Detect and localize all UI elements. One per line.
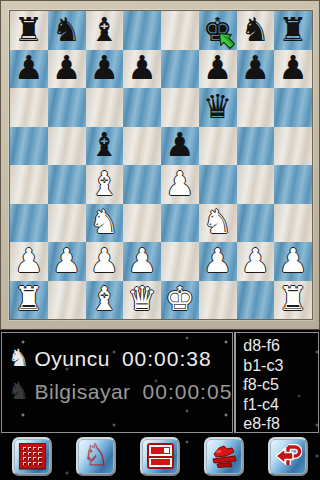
square-e8[interactable]: [161, 11, 199, 50]
white-pawn: ♟: [52, 244, 82, 277]
player-name: Oyuncu: [35, 347, 110, 371]
square-d4[interactable]: [123, 165, 161, 204]
move-item: d8-f6: [243, 336, 318, 356]
square-g6[interactable]: [237, 88, 275, 127]
computer-knight-icon: ♞: [8, 379, 30, 403]
square-h2[interactable]: ♟: [274, 242, 312, 281]
fallen-pieces-icon: [210, 443, 238, 469]
square-a8[interactable]: ♜: [10, 11, 48, 50]
square-d5[interactable]: [123, 127, 161, 166]
black-pawn: ♟: [14, 51, 44, 84]
square-g4[interactable]: [237, 165, 275, 204]
square-a2[interactable]: ♟: [10, 242, 48, 281]
square-a6[interactable]: [10, 88, 48, 127]
black-knight: ♞: [52, 13, 82, 46]
square-b6[interactable]: [48, 88, 86, 127]
square-g7[interactable]: ♟: [237, 50, 275, 89]
move-item: e8-f8: [243, 414, 318, 434]
square-f8[interactable]: ♚: [199, 11, 237, 50]
square-h4[interactable]: [274, 165, 312, 204]
black-pawn: ♟: [90, 51, 120, 84]
black-pawn: ♟: [127, 51, 157, 84]
black-pawn: ♟: [165, 128, 195, 161]
square-h3[interactable]: [274, 204, 312, 243]
square-b1[interactable]: [48, 281, 86, 320]
square-h6[interactable]: [274, 88, 312, 127]
square-c7[interactable]: ♟: [86, 50, 124, 89]
board-frame: ♜♞♝♚ ♞♜♟♟♟♟♟♟♟♛♝♟♝♟♞♞♟♟♟♟♟♟♟♜♝♛♚♜: [0, 0, 320, 330]
square-d1[interactable]: ♛: [123, 281, 161, 320]
square-d3[interactable]: [123, 204, 161, 243]
square-c4[interactable]: ♝: [86, 165, 124, 204]
resign-button[interactable]: [204, 437, 244, 476]
chess-board[interactable]: ♜♞♝♚ ♞♜♟♟♟♟♟♟♟♛♝♟♝♟♞♞♟♟♟♟♟♟♟♜♝♛♚♜: [10, 11, 312, 319]
square-b5[interactable]: [48, 127, 86, 166]
computer-time: 00:00:05: [143, 380, 233, 404]
player-clock-row: ♞ Oyuncu 00:00:38: [8, 347, 232, 371]
square-d6[interactable]: [123, 88, 161, 127]
panels-layout-button[interactable]: [140, 437, 180, 476]
computer-name: Bilgisayar: [35, 380, 131, 404]
undo-arrow-p-icon: [274, 443, 302, 469]
black-pawn: ♟: [278, 51, 308, 84]
white-rook: ♜: [278, 282, 308, 315]
square-c5[interactable]: ♝: [86, 127, 124, 166]
white-queen: ♛: [127, 282, 157, 315]
square-d7[interactable]: ♟: [123, 50, 161, 89]
white-pawn: ♟: [127, 244, 157, 277]
black-rook: ♜: [14, 13, 44, 46]
square-f7[interactable]: ♟: [199, 50, 237, 89]
square-c1[interactable]: ♝: [86, 281, 124, 320]
square-f1[interactable]: [199, 281, 237, 320]
chess-app-screen: { "game": "chess", "position": { "fen": …: [0, 0, 320, 480]
square-e7[interactable]: [161, 50, 199, 89]
move-item: b1-c3: [243, 356, 318, 376]
white-pawn: ♟: [14, 244, 44, 277]
black-bishop: ♝: [90, 13, 120, 46]
square-a3[interactable]: [10, 204, 48, 243]
square-h8[interactable]: ♜: [274, 11, 312, 50]
toolbar: ♘: [0, 434, 320, 480]
square-c6[interactable]: [86, 88, 124, 127]
square-a4[interactable]: [10, 165, 48, 204]
player-time: 00:00:38: [122, 347, 212, 371]
square-g1[interactable]: [237, 281, 275, 320]
square-d2[interactable]: ♟: [123, 242, 161, 281]
black-queen: ♛: [203, 90, 233, 123]
computer-move-button[interactable]: ♘: [76, 437, 116, 476]
square-g2[interactable]: ♟: [237, 242, 275, 281]
square-b2[interactable]: ♟: [48, 242, 86, 281]
square-b7[interactable]: ♟: [48, 50, 86, 89]
new-game-board-button[interactable]: [12, 437, 52, 476]
square-e2[interactable]: [161, 242, 199, 281]
square-e3[interactable]: [161, 204, 199, 243]
undo-move-button[interactable]: [268, 437, 308, 476]
square-h7[interactable]: ♟: [274, 50, 312, 89]
square-e1[interactable]: ♚: [161, 281, 199, 320]
square-f4[interactable]: [199, 165, 237, 204]
white-rook: ♜: [14, 282, 44, 315]
square-g3[interactable]: [237, 204, 275, 243]
white-bishop: ♝: [90, 167, 120, 200]
move-list[interactable]: d8-f6 b1-c3 f8-c5 f1-c4 e8-f8: [234, 332, 319, 433]
white-pawn: ♟: [90, 244, 120, 277]
black-pawn: ♟: [203, 51, 233, 84]
square-g5[interactable]: [237, 127, 275, 166]
square-a1[interactable]: ♜: [10, 281, 48, 320]
black-pawn: ♟: [241, 51, 271, 84]
square-h5[interactable]: [274, 127, 312, 166]
square-b3[interactable]: [48, 204, 86, 243]
white-knight: ♞: [203, 205, 233, 238]
white-pawn: ♟: [203, 244, 233, 277]
white-pawn: ♟: [241, 244, 271, 277]
white-bishop: ♝: [90, 282, 120, 315]
square-c8[interactable]: ♝: [86, 11, 124, 50]
white-pawn: ♟: [165, 167, 195, 200]
square-f2[interactable]: ♟: [199, 242, 237, 281]
square-a7[interactable]: ♟: [10, 50, 48, 89]
red-knight-icon: ♘: [83, 440, 110, 470]
square-e6[interactable]: [161, 88, 199, 127]
square-h1[interactable]: ♜: [274, 281, 312, 320]
black-knight: ♞: [241, 13, 271, 46]
square-f6[interactable]: ♛: [199, 88, 237, 127]
square-c2[interactable]: ♟: [86, 242, 124, 281]
black-bishop: ♝: [90, 128, 120, 161]
black-rook: ♜: [278, 13, 308, 46]
white-king: ♚: [165, 282, 195, 315]
move-item: f1-c4: [243, 395, 318, 415]
square-e4[interactable]: ♟: [161, 165, 199, 204]
white-pawn: ♟: [278, 244, 308, 277]
square-f5[interactable]: [199, 127, 237, 166]
black-king: ♚: [203, 13, 233, 46]
split-panels-icon: [147, 443, 174, 469]
computer-clock-row: ♞ Bilgisayar 00:00:05: [8, 380, 232, 404]
square-e5[interactable]: ♟: [161, 127, 199, 166]
square-f3[interactable]: ♞: [199, 204, 237, 243]
move-item: f8-c5: [243, 375, 318, 395]
square-c3[interactable]: ♞: [86, 204, 124, 243]
white-knight: ♞: [90, 205, 120, 238]
grid-board-icon: [19, 443, 46, 469]
square-d8[interactable]: [123, 11, 161, 50]
clocks-panel: ♞ Oyuncu 00:00:38 ♞ Bilgisayar 00:00:05: [1, 332, 233, 433]
black-pawn: ♟: [52, 51, 82, 84]
square-a5[interactable]: [10, 127, 48, 166]
square-b4[interactable]: [48, 165, 86, 204]
square-g8[interactable]: ♞: [237, 11, 275, 50]
player-knight-icon: ♞: [8, 346, 30, 370]
square-b8[interactable]: ♞: [48, 11, 86, 50]
info-panel: ♞ Oyuncu 00:00:38 ♞ Bilgisayar 00:00:05 …: [0, 330, 320, 434]
